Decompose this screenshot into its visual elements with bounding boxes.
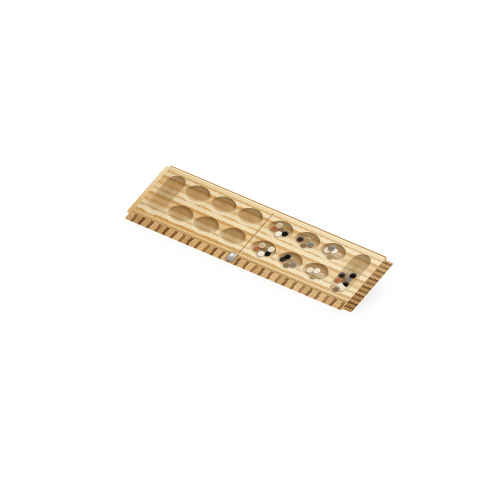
mancala-board	[124, 165, 387, 310]
pebble	[332, 285, 342, 292]
pit-near-6[interactable]	[298, 260, 334, 285]
product-photo-scene	[0, 0, 500, 500]
pit-far-6[interactable]	[315, 240, 351, 265]
